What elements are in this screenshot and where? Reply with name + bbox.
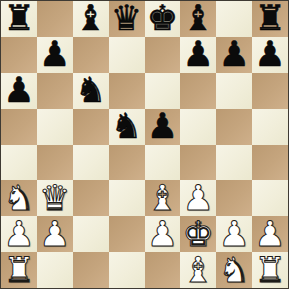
square-g4[interactable] [216,145,252,181]
square-c7[interactable] [73,37,109,73]
square-d7[interactable] [109,37,145,73]
white-pawn[interactable]: ♟ [252,216,288,252]
black-pawn[interactable]: ♟ [37,37,73,73]
white-rook[interactable]: ♜ [1,252,37,288]
white-knight[interactable]: ♞ [216,252,252,288]
square-a2[interactable]: ♟ [1,216,37,252]
white-rook[interactable]: ♜ [252,252,288,288]
square-e3[interactable]: ♝ [145,180,181,216]
square-d6[interactable] [109,73,145,109]
square-d4[interactable] [109,145,145,181]
square-b3[interactable]: ♛ [37,180,73,216]
square-h2[interactable]: ♟ [252,216,288,252]
square-e7[interactable] [145,37,181,73]
square-e8[interactable]: ♚ [145,1,181,37]
black-rook[interactable]: ♜ [252,1,288,37]
square-b5[interactable] [37,109,73,145]
square-f6[interactable] [180,73,216,109]
chess-board: ♜♝♛♚♝♜♟♟♟♟♟♞♞♟♞♛♝♟♟♟♟♚♟♟♜♝♞♜ [0,0,289,289]
black-pawn[interactable]: ♟ [252,37,288,73]
square-c1[interactable] [73,252,109,288]
square-e5[interactable]: ♟ [145,109,181,145]
square-h8[interactable]: ♜ [252,1,288,37]
square-g6[interactable] [216,73,252,109]
black-pawn[interactable]: ♟ [1,73,37,109]
square-h6[interactable] [252,73,288,109]
white-pawn[interactable]: ♟ [37,216,73,252]
square-e2[interactable]: ♟ [145,216,181,252]
square-c3[interactable] [73,180,109,216]
square-e6[interactable] [145,73,181,109]
white-pawn[interactable]: ♟ [1,216,37,252]
white-pawn[interactable]: ♟ [180,180,216,216]
black-bishop[interactable]: ♝ [73,1,109,37]
square-f4[interactable] [180,145,216,181]
white-pawn[interactable]: ♟ [216,216,252,252]
square-b8[interactable] [37,1,73,37]
square-h3[interactable] [252,180,288,216]
square-a4[interactable] [1,145,37,181]
square-f8[interactable]: ♝ [180,1,216,37]
square-g2[interactable]: ♟ [216,216,252,252]
square-g8[interactable] [216,1,252,37]
square-f3[interactable]: ♟ [180,180,216,216]
square-h7[interactable]: ♟ [252,37,288,73]
square-f5[interactable] [180,109,216,145]
white-queen[interactable]: ♛ [37,180,73,216]
square-b7[interactable]: ♟ [37,37,73,73]
white-bishop[interactable]: ♝ [145,180,181,216]
square-f1[interactable]: ♝ [180,252,216,288]
square-d2[interactable] [109,216,145,252]
white-king[interactable]: ♚ [180,216,216,252]
square-b2[interactable]: ♟ [37,216,73,252]
square-c6[interactable]: ♞ [73,73,109,109]
square-h1[interactable]: ♜ [252,252,288,288]
square-a3[interactable]: ♞ [1,180,37,216]
square-a5[interactable] [1,109,37,145]
white-bishop[interactable]: ♝ [180,252,216,288]
square-e4[interactable] [145,145,181,181]
black-pawn[interactable]: ♟ [145,109,181,145]
black-pawn[interactable]: ♟ [180,37,216,73]
black-king[interactable]: ♚ [145,1,181,37]
square-f7[interactable]: ♟ [180,37,216,73]
square-e1[interactable] [145,252,181,288]
square-g3[interactable] [216,180,252,216]
black-queen[interactable]: ♛ [109,1,145,37]
square-g5[interactable] [216,109,252,145]
black-rook[interactable]: ♜ [1,1,37,37]
black-knight[interactable]: ♞ [109,109,145,145]
square-c5[interactable] [73,109,109,145]
square-a8[interactable]: ♜ [1,1,37,37]
square-b1[interactable] [37,252,73,288]
square-g7[interactable]: ♟ [216,37,252,73]
black-bishop[interactable]: ♝ [180,1,216,37]
square-g1[interactable]: ♞ [216,252,252,288]
square-a6[interactable]: ♟ [1,73,37,109]
square-b4[interactable] [37,145,73,181]
square-h4[interactable] [252,145,288,181]
square-a1[interactable]: ♜ [1,252,37,288]
square-d1[interactable] [109,252,145,288]
square-d5[interactable]: ♞ [109,109,145,145]
square-b6[interactable] [37,73,73,109]
square-d8[interactable]: ♛ [109,1,145,37]
black-knight[interactable]: ♞ [73,73,109,109]
white-pawn[interactable]: ♟ [145,216,181,252]
square-d3[interactable] [109,180,145,216]
square-c4[interactable] [73,145,109,181]
square-c8[interactable]: ♝ [73,1,109,37]
white-knight[interactable]: ♞ [1,180,37,216]
square-c2[interactable] [73,216,109,252]
square-a7[interactable] [1,37,37,73]
square-f2[interactable]: ♚ [180,216,216,252]
black-pawn[interactable]: ♟ [216,37,252,73]
square-h5[interactable] [252,109,288,145]
